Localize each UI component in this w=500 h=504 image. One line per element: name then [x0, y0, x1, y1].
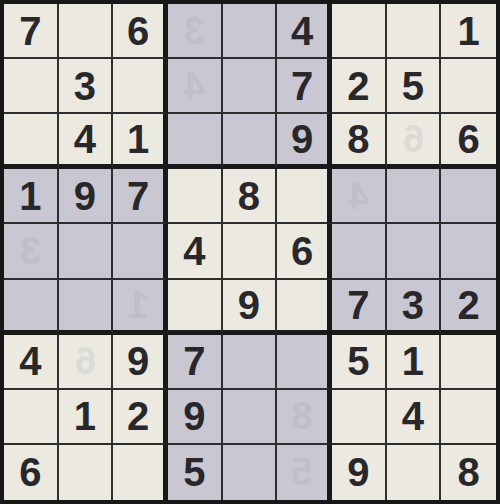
given-digit: 5 [402, 66, 424, 106]
cell-r6c6[interactable] [277, 280, 332, 335]
ghost-digit: 3 [168, 4, 221, 57]
cell-r3c3[interactable]: 1 [113, 114, 168, 169]
given-digit: 5 [183, 452, 205, 492]
given-digit: 4 [74, 119, 96, 159]
cell-r7c2[interactable]: 6 [59, 335, 114, 390]
cell-r3c6[interactable]: 9 [277, 114, 332, 169]
given-digit: 1 [127, 119, 149, 159]
cell-r6c3[interactable]: 1 [113, 280, 168, 335]
given-digit: 4 [402, 396, 424, 436]
ghost-digit: 1 [113, 280, 163, 330]
cell-r3c7[interactable]: 8 [332, 114, 387, 169]
cell-r4c3[interactable]: 7 [113, 169, 168, 224]
cell-r3c8[interactable]: 6 [387, 114, 442, 169]
cell-r4c6[interactable] [277, 169, 332, 224]
cell-r8c6[interactable]: 8 [277, 390, 332, 445]
ghost-digit: 6 [59, 335, 112, 388]
cell-r1c4[interactable]: 3 [168, 4, 223, 59]
given-digit: 8 [347, 119, 369, 159]
cell-r7c6[interactable] [277, 335, 332, 390]
given-digit: 9 [347, 452, 369, 492]
given-digit: 2 [347, 66, 369, 106]
given-digit: 9 [291, 119, 313, 159]
given-digit: 9 [183, 396, 205, 436]
cell-r8c8[interactable]: 4 [387, 390, 442, 445]
cell-r2c7[interactable]: 2 [332, 59, 387, 114]
cell-r8c1[interactable] [4, 390, 59, 445]
given-digit: 7 [127, 176, 149, 216]
given-digit: 1 [74, 396, 96, 436]
cell-r5c6[interactable]: 6 [277, 224, 332, 279]
cell-r4c4[interactable] [168, 169, 223, 224]
cell-r7c5[interactable] [223, 335, 278, 390]
cell-r1c9[interactable]: 1 [441, 4, 496, 59]
cell-r2c2[interactable]: 3 [59, 59, 114, 114]
cell-r7c3[interactable]: 9 [113, 335, 168, 390]
cell-r1c3[interactable]: 6 [113, 4, 168, 59]
cell-r3c5[interactable] [223, 114, 278, 169]
cell-r6c5[interactable]: 9 [223, 280, 278, 335]
cell-r9c5[interactable] [223, 445, 278, 500]
given-digit: 2 [127, 396, 149, 436]
given-digit: 2 [458, 285, 480, 325]
cell-r9c1[interactable]: 6 [4, 445, 59, 500]
cell-r8c2[interactable]: 1 [59, 390, 114, 445]
cell-r5c4[interactable]: 4 [168, 224, 223, 279]
cell-r4c9[interactable] [441, 169, 496, 224]
cell-r1c1[interactable]: 7 [4, 4, 59, 59]
cell-r9c3[interactable] [113, 445, 168, 500]
cell-r8c9[interactable] [441, 390, 496, 445]
given-digit: 6 [19, 452, 41, 492]
cell-r5c8[interactable] [387, 224, 442, 279]
cell-r4c2[interactable]: 9 [59, 169, 114, 224]
ghost-digit: 4 [168, 59, 221, 112]
given-digit: 9 [74, 176, 96, 216]
ghost-digit: 6 [387, 114, 440, 164]
cell-r6c2[interactable] [59, 280, 114, 335]
cell-r7c8[interactable]: 1 [387, 335, 442, 390]
given-digit: 6 [458, 119, 480, 159]
cell-r8c3[interactable]: 2 [113, 390, 168, 445]
given-digit: 7 [183, 341, 205, 381]
cell-r7c1[interactable]: 4 [4, 335, 59, 390]
cell-r9c2[interactable] [59, 445, 114, 500]
cell-r9c4[interactable]: 5 [168, 445, 223, 500]
cell-r6c1[interactable] [4, 280, 59, 335]
ghost-digit: 5 [277, 445, 327, 500]
given-digit: 3 [74, 66, 96, 106]
given-digit: 7 [19, 11, 41, 51]
given-digit: 5 [347, 341, 369, 381]
given-digit: 3 [402, 285, 424, 325]
cell-r5c7[interactable] [332, 224, 387, 279]
cell-r5c3[interactable] [113, 224, 168, 279]
given-digit: 6 [127, 11, 149, 51]
cell-r2c1[interactable] [4, 59, 59, 114]
cell-r2c6[interactable]: 7 [277, 59, 332, 114]
cell-r3c9[interactable]: 6 [441, 114, 496, 169]
cell-r3c2[interactable]: 4 [59, 114, 114, 169]
cell-r5c1[interactable]: 3 [4, 224, 59, 279]
given-digit: 1 [19, 176, 41, 216]
given-digit: 8 [238, 176, 260, 216]
given-digit: 1 [402, 341, 424, 381]
cell-r2c8[interactable]: 5 [387, 59, 442, 114]
cell-r1c8[interactable] [387, 4, 442, 59]
cell-r6c9[interactable]: 2 [441, 280, 496, 335]
cell-r9c9[interactable]: 8 [441, 445, 496, 500]
given-digit: 1 [458, 11, 480, 51]
cell-r4c7[interactable]: 4 [332, 169, 387, 224]
cell-r2c3[interactable] [113, 59, 168, 114]
cell-r1c5[interactable] [223, 4, 278, 59]
cell-r2c5[interactable] [223, 59, 278, 114]
cell-r8c7[interactable] [332, 390, 387, 445]
sudoku-board: 7634134725419866197843461973246975112984… [0, 0, 500, 504]
cell-r8c5[interactable] [223, 390, 278, 445]
cell-r9c7[interactable]: 9 [332, 445, 387, 500]
cell-r1c7[interactable] [332, 4, 387, 59]
ghost-digit: 3 [4, 224, 57, 277]
cell-r2c4[interactable]: 4 [168, 59, 223, 114]
given-digit: 9 [127, 341, 149, 381]
cell-r3c1[interactable] [4, 114, 59, 169]
cell-r4c8[interactable] [387, 169, 442, 224]
ghost-digit: 4 [332, 169, 385, 222]
given-digit: 9 [238, 285, 260, 325]
given-digit: 4 [291, 11, 313, 51]
cell-r6c7[interactable]: 7 [332, 280, 387, 335]
cell-r5c5[interactable] [223, 224, 278, 279]
cell-r7c7[interactable]: 5 [332, 335, 387, 390]
cell-r9c6[interactable]: 5 [277, 445, 332, 500]
given-digit: 4 [183, 231, 205, 271]
cell-r9c8[interactable] [387, 445, 442, 500]
cell-r8c4[interactable]: 9 [168, 390, 223, 445]
cell-r7c9[interactable] [441, 335, 496, 390]
cell-r3c4[interactable] [168, 114, 223, 169]
given-digit: 7 [291, 66, 313, 106]
given-digit: 7 [347, 285, 369, 325]
given-digit: 4 [19, 341, 41, 381]
cell-r7c4[interactable]: 7 [168, 335, 223, 390]
cell-r5c9[interactable] [441, 224, 496, 279]
cell-r4c5[interactable]: 8 [223, 169, 278, 224]
cell-r6c8[interactable]: 3 [387, 280, 442, 335]
given-digit: 8 [458, 452, 480, 492]
cell-r2c9[interactable] [441, 59, 496, 114]
cell-r6c4[interactable] [168, 280, 223, 335]
given-digit: 6 [291, 231, 313, 271]
cell-r1c6[interactable]: 4 [277, 4, 332, 59]
cell-r5c2[interactable] [59, 224, 114, 279]
ghost-digit: 8 [277, 390, 327, 443]
cell-r1c2[interactable] [59, 4, 114, 59]
cell-r4c1[interactable]: 1 [4, 169, 59, 224]
